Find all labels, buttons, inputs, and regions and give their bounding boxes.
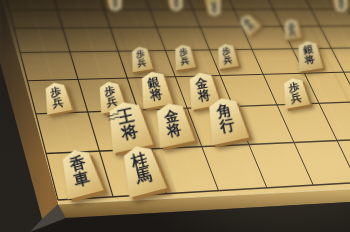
piece-kanji-text: 銀将 <box>147 76 163 102</box>
piece-sente-bishop-6h[interactable]: 角行 <box>202 95 250 146</box>
piece-gote-pawn-2c[interactable]: 歩兵 <box>332 0 350 13</box>
piece-kanji: 銀将 <box>294 43 323 67</box>
piece-kanji-text: 桂馬 <box>129 151 153 187</box>
piece-kanji: 歩兵 <box>172 47 196 68</box>
piece-kanji-text: 歩兵 <box>288 81 302 104</box>
piece-gote-pawn-7c[interactable]: 歩兵 <box>106 0 124 12</box>
piece-gote-pawn-5c[interactable]: 歩兵 <box>205 0 223 17</box>
piece-sente-pawn-4g[interactable]: 歩兵 <box>279 76 311 110</box>
piece-kanji: 歩兵 <box>128 49 153 70</box>
piece-kanji-text: 歩兵 <box>242 17 256 32</box>
piece-sente-pawn-3e[interactable]: 歩兵 <box>282 18 303 40</box>
piece-kanji: 歩兵 <box>205 0 223 15</box>
piece-kanji: 歩兵 <box>42 84 73 111</box>
piece-kanji-text: 金将 <box>162 108 182 140</box>
piece-sente-pawn-9g[interactable]: 歩兵 <box>41 80 74 115</box>
piece-kanji-text: 歩兵 <box>337 0 345 9</box>
piece-kanji-text: 歩兵 <box>210 0 218 14</box>
piece-kanji-text: 歩兵 <box>222 47 233 66</box>
piece-kanji: 歩兵 <box>106 0 124 9</box>
piece-sente-lance-9i[interactable]: 香車 <box>55 146 105 201</box>
piece-kanji-text: 金将 <box>195 76 211 102</box>
piece-kanji-text: 歩兵 <box>172 0 180 9</box>
piece-gote-pawn-4d[interactable]: 歩兵 <box>236 11 261 37</box>
piece-kanji-text: 歩兵 <box>111 0 119 9</box>
piece-sente-gold-7h[interactable]: 金将 <box>150 100 196 149</box>
piece-gote-pawn-6c[interactable]: 歩兵 <box>166 0 184 12</box>
piece-kanji-text: 角行 <box>215 103 236 136</box>
piece-sente-silver-3f[interactable]: 銀将 <box>294 39 324 72</box>
piece-kanji-text: 歩兵 <box>178 48 189 67</box>
piece-kanji-text: 歩兵 <box>135 50 146 69</box>
piece-kanji-text: 歩兵 <box>288 22 297 37</box>
shogi-photo: 香車桂馬王将金将角行歩兵歩兵銀将金将歩兵歩兵歩兵歩兵銀将歩兵歩兵歩兵歩兵歩兵歩兵 <box>0 0 350 232</box>
piece-sente-pawn-6f[interactable]: 歩兵 <box>171 43 196 70</box>
piece-kanji: 歩兵 <box>282 21 302 38</box>
piece-kanji-text: 歩兵 <box>50 85 65 109</box>
piece-kanji-text: 香車 <box>68 155 91 190</box>
pieces-layer: 香車桂馬王将金将角行歩兵歩兵銀将金将歩兵歩兵歩兵歩兵銀将歩兵歩兵歩兵歩兵歩兵歩兵 <box>0 0 350 232</box>
piece-kanji-text: 銀将 <box>303 44 316 65</box>
piece-sente-pawn-7f[interactable]: 歩兵 <box>128 45 154 72</box>
piece-sente-knight-8i[interactable]: 桂馬 <box>116 141 168 198</box>
piece-sente-pawn-5f[interactable]: 歩兵 <box>215 43 240 70</box>
piece-kanji: 歩兵 <box>332 0 350 10</box>
